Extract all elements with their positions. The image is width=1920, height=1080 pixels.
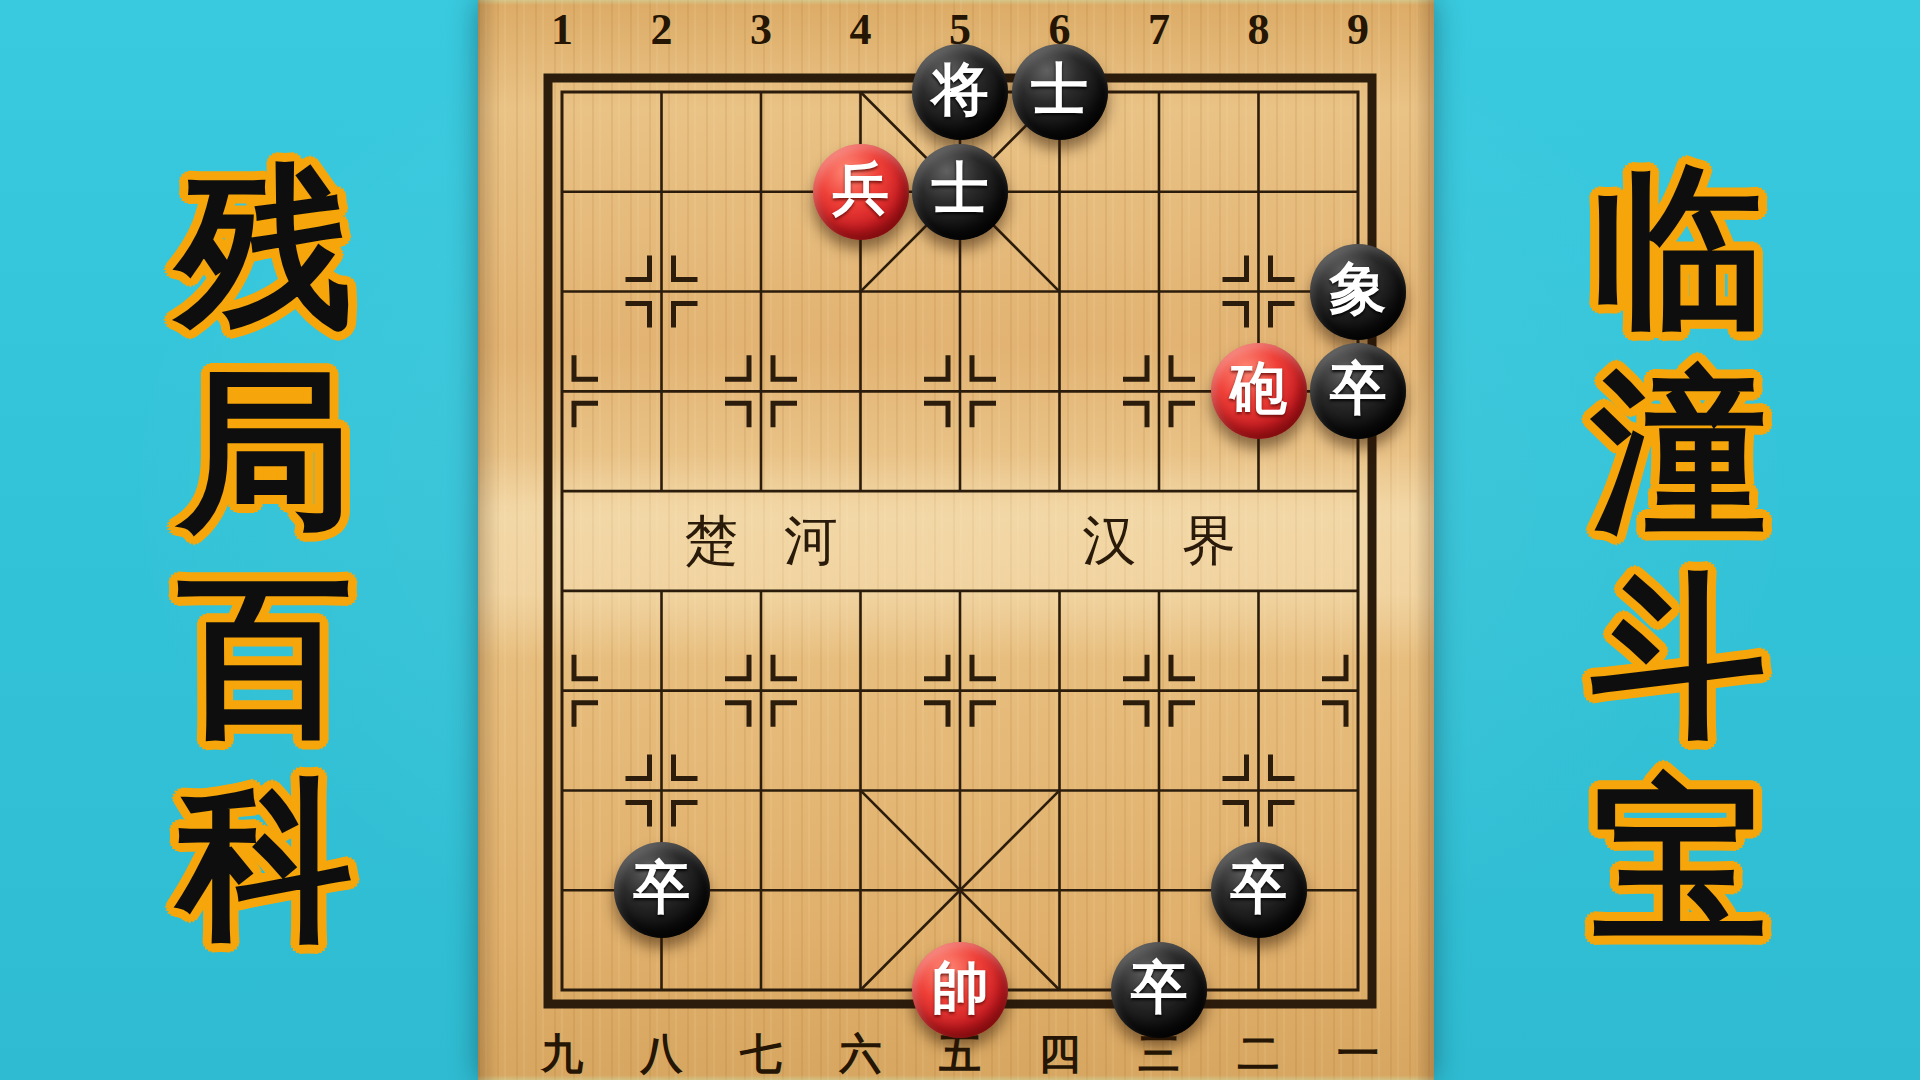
file-label-bottom: 八 [638,1026,686,1080]
file-label-top: 7 [1137,2,1181,58]
file-label-top: 4 [839,2,883,58]
piece-glyph: 帥 [932,950,989,1027]
piece-glyph: 士 [1031,52,1088,129]
piece-glyph: 卒 [1330,351,1387,428]
banner-char: 局 [178,364,353,539]
file-label-bottom: 九 [538,1026,586,1080]
file-label-top: 9 [1336,2,1380,58]
right-banner: 临 潼 斗 宝 [1532,160,1826,948]
piece-glyph: 卒 [1230,850,1287,927]
file-label-top: 3 [739,2,783,58]
left-banner: 残 局 百 科 [118,160,412,948]
piece-black-general[interactable]: 将 [912,44,1008,140]
banner-char: 潼 [1592,364,1767,539]
piece-glyph: 象 [1330,251,1387,328]
piece-glyph: 兵 [832,151,889,228]
piece-black-advisor[interactable]: 士 [912,144,1008,240]
file-label-bottom: 一 [1334,1026,1382,1080]
piece-black-soldier[interactable]: 卒 [1111,942,1207,1038]
file-label-top: 2 [640,2,684,58]
file-label-bottom: 四 [1036,1026,1084,1080]
piece-glyph: 砲 [1230,351,1287,428]
xiangqi-board: 123456789九八七六五四三二一楚河汉界将士兵士象砲卒卒卒帥卒 [478,0,1434,1080]
banner-char: 斗 [1592,569,1767,744]
piece-glyph: 卒 [1131,950,1188,1027]
file-label-bottom: 六 [837,1026,885,1080]
file-label-bottom: 七 [737,1026,785,1080]
piece-black-elephant[interactable]: 象 [1310,244,1406,340]
file-label-top: 1 [540,2,584,58]
piece-red-soldier[interactable]: 兵 [813,144,909,240]
piece-glyph: 士 [932,151,989,228]
river-label: 河 [765,495,857,587]
river-label: 汉 [1063,495,1155,587]
file-label-top: 8 [1237,2,1281,58]
banner-char: 宝 [1592,773,1767,948]
river-label: 界 [1163,495,1255,587]
banner-char: 临 [1592,160,1767,335]
piece-glyph: 将 [932,52,989,129]
river-label: 楚 [665,495,757,587]
piece-black-soldier[interactable]: 卒 [1211,842,1307,938]
piece-red-cannon[interactable]: 砲 [1211,343,1307,439]
piece-red-general[interactable]: 帥 [912,942,1008,1038]
piece-black-advisor[interactable]: 士 [1012,44,1108,140]
piece-black-soldier[interactable]: 卒 [1310,343,1406,439]
piece-black-soldier[interactable]: 卒 [614,842,710,938]
file-label-bottom: 二 [1235,1026,1283,1080]
video-frame: 残 局 百 科 123456789九八七六五四三二一楚河汉界将士兵士象砲卒卒卒帥… [0,0,1920,1080]
banner-char: 百 [178,569,353,744]
piece-glyph: 卒 [633,850,690,927]
banner-char: 科 [178,773,353,948]
banner-char: 残 [178,160,353,335]
